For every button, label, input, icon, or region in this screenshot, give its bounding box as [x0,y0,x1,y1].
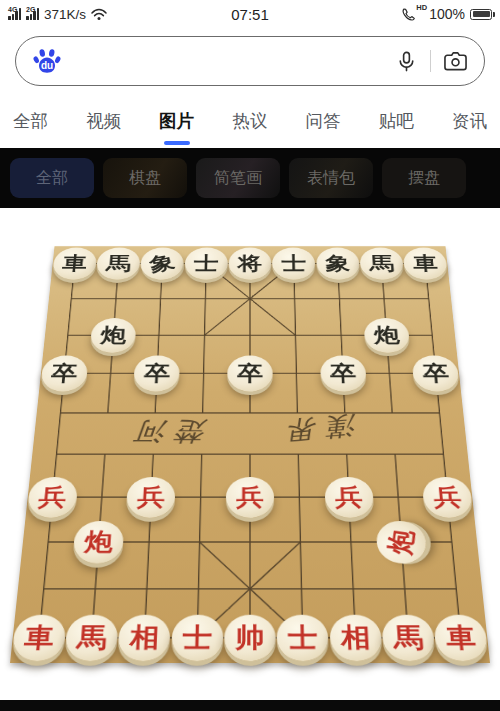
tab-问答[interactable]: 问答 [306,94,341,148]
search-input[interactable] [72,37,385,85]
network-speed: 371K/s [44,7,86,22]
icon-divider [430,50,431,72]
filter-chips: 全部棋盘简笔画表情包摆盘 [0,148,500,208]
wifi-icon [91,8,107,21]
clock: 07:51 [231,6,269,23]
board-perspective-scene: 楚河 漢界 車馬象士将士象馬車炮炮卒卒卒卒卒兵兵兵兵兵炮炮車馬相士帅士相馬車 [10,246,490,663]
xiangqi-board: 楚河 漢界 車馬象士将士象馬車炮炮卒卒卒卒卒兵兵兵兵兵炮炮車馬相士帅士相馬車 [10,246,490,663]
hd-call-icon: HD [401,7,416,22]
river-text-chu-he: 楚河 [128,415,208,449]
camera-icon[interactable] [443,50,468,73]
search-box[interactable]: du [15,36,485,86]
piece-black-soldier: 卒 [227,355,273,391]
bottom-bar [0,700,500,711]
battery-icon [470,9,492,20]
status-left: 4G 2G 371K/s [8,7,231,22]
tab-全部[interactable]: 全部 [13,94,48,148]
piece-black-soldier: 卒 [320,355,367,391]
signal-icon-4g: 4G [8,8,21,20]
baidu-logo: du [32,46,62,76]
baidu-app-screen: 4G 2G 371K/s 07:51 HD [0,0,500,711]
tab-贴吧[interactable]: 贴吧 [379,94,414,148]
network-badge-2g: 2G [26,6,35,13]
battery-percent: 100% [429,6,465,22]
search-bar-row: du [0,28,500,94]
hd-label: HD [416,3,427,12]
piece-red-advisor: 士 [277,615,330,661]
piece-black-advisor: 士 [184,248,228,280]
filter-chip-摆盘[interactable]: 摆盘 [382,158,466,198]
filter-chip-表情包[interactable]: 表情包 [289,158,373,198]
status-bar: 4G 2G 371K/s 07:51 HD [0,0,500,28]
piece-black-advisor: 士 [272,248,316,280]
result-image-xiangqi-board[interactable]: 楚河 漢界 車馬象士将士象馬車炮炮卒卒卒卒卒兵兵兵兵兵炮炮車馬相士帅士相馬車 [0,208,500,700]
status-right: HD 100% [269,6,492,22]
river-text-han-jie: 漢界 [277,407,361,447]
piece-red-general: 帅 [224,615,276,661]
tab-视频[interactable]: 视频 [86,94,121,148]
filter-chip-简笔画[interactable]: 简笔画 [196,158,280,198]
board-grid [10,246,490,663]
tab-热议[interactable]: 热议 [232,94,267,148]
filter-chip-棋盘[interactable]: 棋盘 [103,158,187,198]
piece-black-general: 将 [228,248,271,280]
tab-图片[interactable]: 图片 [159,94,194,148]
tab-资讯[interactable]: 资讯 [452,94,487,148]
svg-text:du: du [41,60,53,71]
piece-black-elephant: 象 [316,248,360,280]
signal-icon-2g: 2G [26,8,39,20]
filter-chip-全部[interactable]: 全部 [10,158,94,198]
piece-red-soldier: 兵 [226,477,275,518]
microphone-icon[interactable] [395,50,418,73]
search-tabs: 全部视频图片热议问答贴吧资讯 [0,94,500,148]
network-badge-4g: 4G [8,6,17,13]
